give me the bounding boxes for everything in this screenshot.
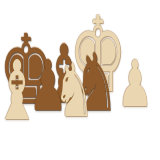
light-bishop-piece: ♝: [0, 59, 40, 123]
chess-pieces-product-photo: ♚♚♝♟♟♞♞♝: [0, 0, 160, 160]
light-knight-piece: ♞: [53, 62, 94, 120]
light-pawn-piece: ♟: [117, 60, 153, 110]
